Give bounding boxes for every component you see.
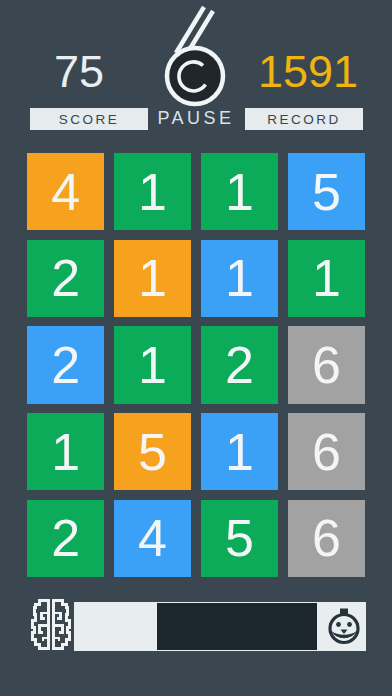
tile[interactable]: 2 bbox=[27, 240, 104, 317]
tile[interactable]: 6 bbox=[288, 413, 365, 490]
tile[interactable]: 1 bbox=[114, 326, 191, 403]
progress-track bbox=[74, 602, 366, 651]
tile[interactable]: 1 bbox=[201, 240, 278, 317]
six-logo bbox=[146, 5, 246, 109]
tile[interactable]: 6 bbox=[288, 326, 365, 403]
game-board: 41152111212615162456 bbox=[27, 153, 365, 577]
tile[interactable]: 1 bbox=[288, 240, 365, 317]
brain-icon[interactable] bbox=[28, 599, 74, 652]
progress-fill bbox=[157, 603, 317, 650]
tile[interactable]: 6 bbox=[288, 500, 365, 577]
tile[interactable]: 1 bbox=[114, 153, 191, 230]
record-label: RECORD bbox=[245, 108, 363, 130]
score-value: 75 bbox=[10, 46, 148, 98]
tile[interactable]: 1 bbox=[201, 413, 278, 490]
tile[interactable]: 2 bbox=[27, 500, 104, 577]
tile[interactable]: 4 bbox=[114, 500, 191, 577]
record-value: 1591 bbox=[238, 46, 378, 98]
tile[interactable]: 1 bbox=[27, 413, 104, 490]
tile[interactable]: 5 bbox=[288, 153, 365, 230]
tile[interactable]: 5 bbox=[114, 413, 191, 490]
pause-label[interactable]: PAUSE bbox=[131, 108, 261, 129]
tile[interactable]: 2 bbox=[27, 326, 104, 403]
tile[interactable]: 1 bbox=[201, 153, 278, 230]
tile[interactable]: 5 bbox=[201, 500, 278, 577]
tile[interactable]: 1 bbox=[114, 240, 191, 317]
app: 75 1591 SCORE PAUSE RECORD 4115211121261… bbox=[0, 0, 392, 696]
pause-button[interactable] bbox=[146, 5, 246, 109]
penguin-icon bbox=[326, 607, 362, 646]
tile[interactable]: 2 bbox=[201, 326, 278, 403]
tile[interactable]: 4 bbox=[27, 153, 104, 230]
